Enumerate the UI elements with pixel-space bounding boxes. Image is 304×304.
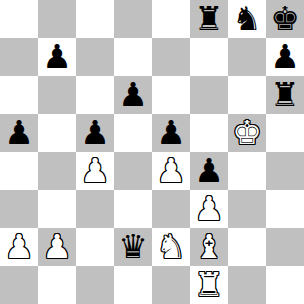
square-h2[interactable] <box>266 228 304 266</box>
square-f6[interactable] <box>190 76 228 114</box>
square-d1[interactable] <box>114 266 152 304</box>
square-b1[interactable] <box>38 266 76 304</box>
square-h8[interactable]: ♚ <box>266 0 304 38</box>
square-b6[interactable] <box>38 76 76 114</box>
black-pawn-b7[interactable]: ♟ <box>42 38 72 76</box>
square-e1[interactable] <box>152 266 190 304</box>
square-e5[interactable]: ♟ <box>152 114 190 152</box>
square-c6[interactable] <box>76 76 114 114</box>
square-a2[interactable]: ♟ <box>0 228 38 266</box>
black-pawn-h7[interactable]: ♟ <box>270 38 300 76</box>
square-f8[interactable]: ♜ <box>190 0 228 38</box>
square-b5[interactable] <box>38 114 76 152</box>
square-h1[interactable] <box>266 266 304 304</box>
square-d6[interactable]: ♟ <box>114 76 152 114</box>
square-a5[interactable]: ♟ <box>0 114 38 152</box>
black-rook-f8[interactable]: ♜ <box>194 0 224 38</box>
square-b7[interactable]: ♟ <box>38 38 76 76</box>
black-pawn-f4[interactable]: ♟ <box>194 152 224 190</box>
square-d7[interactable] <box>114 38 152 76</box>
square-c5[interactable]: ♟ <box>76 114 114 152</box>
square-a3[interactable] <box>0 190 38 228</box>
square-e7[interactable] <box>152 38 190 76</box>
square-g7[interactable] <box>228 38 266 76</box>
square-a7[interactable] <box>0 38 38 76</box>
white-knight-e2[interactable]: ♞ <box>156 228 186 266</box>
square-f7[interactable] <box>190 38 228 76</box>
black-knight-g8[interactable]: ♞ <box>232 0 262 38</box>
square-f4[interactable]: ♟ <box>190 152 228 190</box>
square-h5[interactable] <box>266 114 304 152</box>
square-f2[interactable]: ♝ <box>190 228 228 266</box>
black-king-h8[interactable]: ♚ <box>270 0 300 38</box>
square-d4[interactable] <box>114 152 152 190</box>
square-a6[interactable] <box>0 76 38 114</box>
white-pawn-a2[interactable]: ♟ <box>4 228 34 266</box>
white-rook-f1[interactable]: ♜ <box>194 266 224 304</box>
square-h3[interactable] <box>266 190 304 228</box>
white-pawn-f3[interactable]: ♟ <box>194 190 224 228</box>
square-c3[interactable] <box>76 190 114 228</box>
black-queen-d2[interactable]: ♛ <box>118 228 148 266</box>
black-rook-h6[interactable]: ♜ <box>270 76 300 114</box>
square-b2[interactable]: ♟ <box>38 228 76 266</box>
square-b8[interactable] <box>38 0 76 38</box>
square-e2[interactable]: ♞ <box>152 228 190 266</box>
square-a4[interactable] <box>0 152 38 190</box>
white-bishop-f2[interactable]: ♝ <box>194 228 224 266</box>
square-h4[interactable] <box>266 152 304 190</box>
square-a8[interactable] <box>0 0 38 38</box>
square-g4[interactable] <box>228 152 266 190</box>
white-pawn-e4[interactable]: ♟ <box>156 152 186 190</box>
square-c2[interactable] <box>76 228 114 266</box>
square-d3[interactable] <box>114 190 152 228</box>
white-pawn-b2[interactable]: ♟ <box>42 228 72 266</box>
square-c1[interactable] <box>76 266 114 304</box>
square-g3[interactable] <box>228 190 266 228</box>
square-c8[interactable] <box>76 0 114 38</box>
square-g8[interactable]: ♞ <box>228 0 266 38</box>
square-g5[interactable]: ♚ <box>228 114 266 152</box>
white-pawn-c4[interactable]: ♟ <box>80 152 110 190</box>
square-e3[interactable] <box>152 190 190 228</box>
square-e8[interactable] <box>152 0 190 38</box>
white-king-g5[interactable]: ♚ <box>232 114 262 152</box>
square-d2[interactable]: ♛ <box>114 228 152 266</box>
square-g6[interactable] <box>228 76 266 114</box>
black-pawn-a5[interactable]: ♟ <box>4 114 34 152</box>
square-e6[interactable] <box>152 76 190 114</box>
square-a1[interactable] <box>0 266 38 304</box>
square-g1[interactable] <box>228 266 266 304</box>
square-b4[interactable] <box>38 152 76 190</box>
square-d8[interactable] <box>114 0 152 38</box>
square-c7[interactable] <box>76 38 114 76</box>
square-e4[interactable]: ♟ <box>152 152 190 190</box>
black-pawn-e5[interactable]: ♟ <box>156 114 186 152</box>
square-f3[interactable]: ♟ <box>190 190 228 228</box>
square-h7[interactable]: ♟ <box>266 38 304 76</box>
chess-board: ♜♞♚♟♟♟♜♟♟♟♚♟♟♟♟♟♟♛♞♝♜ <box>0 0 304 304</box>
square-g2[interactable] <box>228 228 266 266</box>
square-h6[interactable]: ♜ <box>266 76 304 114</box>
square-f1[interactable]: ♜ <box>190 266 228 304</box>
square-f5[interactable] <box>190 114 228 152</box>
black-pawn-c5[interactable]: ♟ <box>80 114 110 152</box>
square-c4[interactable]: ♟ <box>76 152 114 190</box>
black-pawn-d6[interactable]: ♟ <box>118 76 148 114</box>
square-d5[interactable] <box>114 114 152 152</box>
square-b3[interactable] <box>38 190 76 228</box>
